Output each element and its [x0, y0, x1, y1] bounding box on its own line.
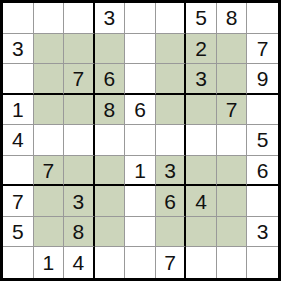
cell-r2c4[interactable]: [95, 34, 126, 65]
cell-r1c6[interactable]: [156, 3, 187, 34]
cell-r5c5[interactable]: [125, 125, 156, 156]
cell-r3c1[interactable]: [3, 64, 34, 95]
cell-r9c5[interactable]: [125, 247, 156, 278]
cell-r6c8[interactable]: [217, 156, 248, 187]
cell-r6c2: 7: [34, 156, 65, 187]
cell-r1c1[interactable]: [3, 3, 34, 34]
cell-r2c1: 3: [3, 34, 34, 65]
cell-r1c2[interactable]: [34, 3, 65, 34]
cell-r2c7: 2: [186, 34, 217, 65]
cell-r5c1: 4: [3, 125, 34, 156]
cell-r7c7: 4: [186, 186, 217, 217]
cell-r1c7: 5: [186, 3, 217, 34]
cell-r1c8: 8: [217, 3, 248, 34]
cell-r4c4: 8: [95, 95, 126, 126]
cell-r9c8[interactable]: [217, 247, 248, 278]
cell-r8c6[interactable]: [156, 217, 187, 248]
cell-r4c9[interactable]: [247, 95, 278, 126]
cell-r2c6[interactable]: [156, 34, 187, 65]
cell-r1c9[interactable]: [247, 3, 278, 34]
cell-r2c2[interactable]: [34, 34, 65, 65]
cell-r2c9: 7: [247, 34, 278, 65]
cell-r7c2[interactable]: [34, 186, 65, 217]
cell-r5c3[interactable]: [64, 125, 95, 156]
cell-r3c7: 3: [186, 64, 217, 95]
cell-r2c8[interactable]: [217, 34, 248, 65]
cell-r3c3: 7: [64, 64, 95, 95]
cell-r4c6[interactable]: [156, 95, 187, 126]
cell-r9c6: 7: [156, 247, 187, 278]
cell-r8c9: 3: [247, 217, 278, 248]
cell-r7c1: 7: [3, 186, 34, 217]
cell-r9c3: 4: [64, 247, 95, 278]
cell-r6c7[interactable]: [186, 156, 217, 187]
cell-r7c5[interactable]: [125, 186, 156, 217]
cell-r8c3: 8: [64, 217, 95, 248]
cell-r3c8[interactable]: [217, 64, 248, 95]
cell-r3c9: 9: [247, 64, 278, 95]
sudoku-board: 358327763918674571367364583147: [0, 0, 281, 281]
cell-r4c5: 6: [125, 95, 156, 126]
cell-r6c1[interactable]: [3, 156, 34, 187]
cell-r5c6[interactable]: [156, 125, 187, 156]
cell-r8c7[interactable]: [186, 217, 217, 248]
cell-r5c8[interactable]: [217, 125, 248, 156]
cell-r9c1[interactable]: [3, 247, 34, 278]
cell-r3c5[interactable]: [125, 64, 156, 95]
cell-r9c4[interactable]: [95, 247, 126, 278]
cell-r1c4: 3: [95, 3, 126, 34]
cell-r6c4[interactable]: [95, 156, 126, 187]
cell-r7c4[interactable]: [95, 186, 126, 217]
cell-r1c5[interactable]: [125, 3, 156, 34]
cell-r9c2: 1: [34, 247, 65, 278]
cell-r6c9: 6: [247, 156, 278, 187]
cell-r8c4[interactable]: [95, 217, 126, 248]
cell-r9c7[interactable]: [186, 247, 217, 278]
cell-r8c2[interactable]: [34, 217, 65, 248]
cell-r4c1: 1: [3, 95, 34, 126]
cell-r7c9[interactable]: [247, 186, 278, 217]
cell-r8c5[interactable]: [125, 217, 156, 248]
cell-r4c3[interactable]: [64, 95, 95, 126]
cell-r2c5[interactable]: [125, 34, 156, 65]
cell-r8c8[interactable]: [217, 217, 248, 248]
cell-r3c4: 6: [95, 64, 126, 95]
cell-r7c3: 3: [64, 186, 95, 217]
cell-r6c6: 3: [156, 156, 187, 187]
cell-r4c2[interactable]: [34, 95, 65, 126]
cell-r4c7[interactable]: [186, 95, 217, 126]
cell-r8c1: 5: [3, 217, 34, 248]
cell-r3c6[interactable]: [156, 64, 187, 95]
cell-r4c8: 7: [217, 95, 248, 126]
cell-r6c5: 1: [125, 156, 156, 187]
cell-r9c9[interactable]: [247, 247, 278, 278]
cell-r5c4[interactable]: [95, 125, 126, 156]
cell-r1c3[interactable]: [64, 3, 95, 34]
cell-r5c9: 5: [247, 125, 278, 156]
cell-r7c6: 6: [156, 186, 187, 217]
cell-r5c7[interactable]: [186, 125, 217, 156]
cell-r5c2[interactable]: [34, 125, 65, 156]
cell-r6c3[interactable]: [64, 156, 95, 187]
cell-r2c3[interactable]: [64, 34, 95, 65]
cell-r3c2[interactable]: [34, 64, 65, 95]
cell-r7c8[interactable]: [217, 186, 248, 217]
